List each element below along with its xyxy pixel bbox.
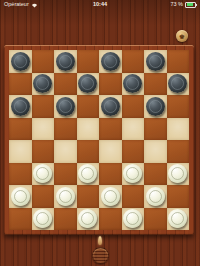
square-d1[interactable] — [77, 208, 100, 231]
square-d3[interactable] — [77, 163, 100, 186]
square-a6[interactable] — [9, 95, 32, 118]
square-g4[interactable] — [144, 140, 167, 163]
square-e1[interactable] — [99, 208, 122, 231]
clock: 10:44 — [0, 0, 200, 9]
square-g6[interactable] — [144, 95, 167, 118]
square-d6[interactable] — [77, 95, 100, 118]
square-c4[interactable] — [54, 140, 77, 163]
flame-pointer-icon — [98, 236, 102, 245]
white-checker[interactable] — [146, 187, 165, 206]
square-c8[interactable] — [54, 50, 77, 73]
square-g5[interactable] — [144, 118, 167, 141]
black-checker[interactable] — [123, 74, 142, 93]
square-e2[interactable] — [99, 185, 122, 208]
square-c1[interactable] — [54, 208, 77, 231]
square-g2[interactable] — [144, 185, 167, 208]
square-g7[interactable] — [144, 73, 167, 96]
king-crown-icon: ♚ — [179, 33, 185, 40]
square-f3[interactable] — [122, 163, 145, 186]
square-a8[interactable] — [9, 50, 32, 73]
black-checker[interactable] — [56, 97, 75, 116]
square-e8[interactable] — [99, 50, 122, 73]
square-f2[interactable] — [122, 185, 145, 208]
square-a1[interactable] — [9, 208, 32, 231]
status-bar: Opérateur 10:44 73 % — [0, 0, 200, 9]
white-checker[interactable] — [56, 187, 75, 206]
square-f5[interactable] — [122, 118, 145, 141]
square-e5[interactable] — [99, 118, 122, 141]
black-checker[interactable] — [101, 97, 120, 116]
square-g1[interactable] — [144, 208, 167, 231]
white-checker[interactable] — [123, 164, 142, 183]
black-checker[interactable] — [146, 97, 165, 116]
square-a3[interactable] — [9, 163, 32, 186]
board — [9, 50, 189, 230]
square-b6[interactable] — [32, 95, 55, 118]
square-d8[interactable] — [77, 50, 100, 73]
square-e7[interactable] — [99, 73, 122, 96]
square-f7[interactable] — [122, 73, 145, 96]
black-checker[interactable] — [78, 74, 97, 93]
square-a7[interactable] — [9, 73, 32, 96]
board-frame — [4, 45, 194, 235]
square-h7[interactable] — [167, 73, 190, 96]
black-checker[interactable] — [101, 52, 120, 71]
square-c7[interactable] — [54, 73, 77, 96]
square-b1[interactable] — [32, 208, 55, 231]
square-h5[interactable] — [167, 118, 190, 141]
white-checker[interactable] — [33, 164, 52, 183]
square-a5[interactable] — [9, 118, 32, 141]
square-d2[interactable] — [77, 185, 100, 208]
square-h1[interactable] — [167, 208, 190, 231]
battery-icon — [185, 2, 196, 8]
square-f6[interactable] — [122, 95, 145, 118]
turn-indicator — [0, 236, 200, 264]
square-b4[interactable] — [32, 140, 55, 163]
square-e3[interactable] — [99, 163, 122, 186]
white-checker[interactable] — [168, 209, 187, 228]
square-a4[interactable] — [9, 140, 32, 163]
square-b2[interactable] — [32, 185, 55, 208]
square-h3[interactable] — [167, 163, 190, 186]
square-e4[interactable] — [99, 140, 122, 163]
black-checker[interactable] — [168, 74, 187, 93]
white-checker[interactable] — [123, 209, 142, 228]
square-b3[interactable] — [32, 163, 55, 186]
white-checker[interactable] — [168, 164, 187, 183]
menu-button[interactable]: ♚ — [176, 30, 188, 42]
white-checker[interactable] — [33, 209, 52, 228]
black-checker[interactable] — [56, 52, 75, 71]
square-f8[interactable] — [122, 50, 145, 73]
square-d4[interactable] — [77, 140, 100, 163]
black-checker[interactable] — [33, 74, 52, 93]
square-f4[interactable] — [122, 140, 145, 163]
square-b5[interactable] — [32, 118, 55, 141]
square-c6[interactable] — [54, 95, 77, 118]
square-d5[interactable] — [77, 118, 100, 141]
white-checker[interactable] — [78, 164, 97, 183]
square-h6[interactable] — [167, 95, 190, 118]
square-c3[interactable] — [54, 163, 77, 186]
black-checker[interactable] — [11, 97, 30, 116]
black-checker[interactable] — [146, 52, 165, 71]
square-c5[interactable] — [54, 118, 77, 141]
square-f1[interactable] — [122, 208, 145, 231]
white-checker[interactable] — [101, 187, 120, 206]
white-checker[interactable] — [11, 187, 30, 206]
square-g8[interactable] — [144, 50, 167, 73]
square-c2[interactable] — [54, 185, 77, 208]
square-h8[interactable] — [167, 50, 190, 73]
white-checker[interactable] — [78, 209, 97, 228]
square-h2[interactable] — [167, 185, 190, 208]
wood-medallion-icon — [92, 247, 109, 264]
black-checker[interactable] — [11, 52, 30, 71]
square-d7[interactable] — [77, 73, 100, 96]
square-b8[interactable] — [32, 50, 55, 73]
square-a2[interactable] — [9, 185, 32, 208]
square-g3[interactable] — [144, 163, 167, 186]
square-e6[interactable] — [99, 95, 122, 118]
square-b7[interactable] — [32, 73, 55, 96]
square-h4[interactable] — [167, 140, 190, 163]
